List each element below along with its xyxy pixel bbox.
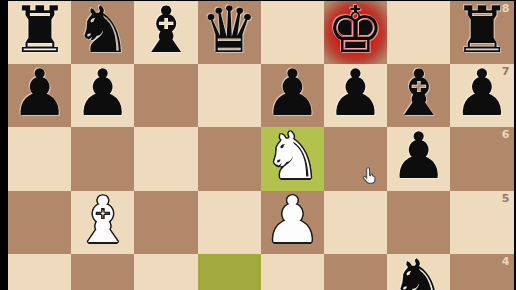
square-h4[interactable]: 4 [450,254,513,290]
square-b8[interactable]: ♞ [71,1,134,64]
square-d8[interactable]: ♛ [198,1,261,64]
square-e6[interactable]: ♞ [261,127,324,190]
square-h7[interactable]: ♟7 [450,64,513,127]
square-g7[interactable]: ♝ [387,64,450,127]
square-f5[interactable] [324,191,387,254]
rank-label-6: 6 [502,129,510,140]
square-d4[interactable] [198,254,261,290]
square-a4[interactable] [8,254,71,290]
square-a8[interactable]: ♜ [8,1,71,64]
square-f8[interactable]: ♚ [324,1,387,64]
black-queen[interactable]: ♛ [200,0,257,62]
rank-label-5: 5 [502,193,510,204]
square-d6[interactable] [198,127,261,190]
black-pawn[interactable]: ♟ [327,62,384,125]
black-pawn[interactable]: ♟ [453,62,510,125]
square-b7[interactable]: ♟ [71,64,134,127]
square-a5[interactable] [8,191,71,254]
white-pawn[interactable]: ♟ [264,189,321,252]
square-a6[interactable] [8,127,71,190]
square-c6[interactable] [134,127,197,190]
square-h8[interactable]: ♜8 [450,1,513,64]
square-h6[interactable]: 6 [450,127,513,190]
square-c4[interactable] [134,254,197,290]
square-a7[interactable]: ♟ [8,64,71,127]
square-e5[interactable]: ♟ [261,191,324,254]
black-king[interactable]: ♚ [327,0,384,62]
square-c7[interactable] [134,64,197,127]
rank-label-4: 4 [502,256,510,267]
black-rook[interactable]: ♜ [453,0,510,62]
black-knight[interactable]: ♞ [74,0,131,62]
square-e4[interactable] [261,254,324,290]
square-b5[interactable]: ♝ [71,191,134,254]
square-e8[interactable] [261,1,324,64]
square-g5[interactable] [387,191,450,254]
square-h5[interactable]: 5 [450,191,513,254]
square-b4[interactable] [71,254,134,290]
square-f7[interactable]: ♟ [324,64,387,127]
black-bishop[interactable]: ♝ [137,0,194,62]
square-e7[interactable]: ♟ [261,64,324,127]
black-bishop[interactable]: ♝ [390,62,447,125]
square-g6[interactable]: ♟ [387,127,450,190]
black-pawn[interactable]: ♟ [264,62,321,125]
square-d5[interactable] [198,191,261,254]
square-c5[interactable] [134,191,197,254]
black-pawn[interactable]: ♟ [11,62,68,125]
black-pawn[interactable]: ♟ [390,125,447,188]
white-bishop[interactable]: ♝ [74,189,131,252]
black-knight[interactable]: ♞ [390,252,447,290]
square-g8[interactable] [387,1,450,64]
black-rook[interactable]: ♜ [11,0,68,62]
square-d7[interactable] [198,64,261,127]
square-f6[interactable] [324,127,387,190]
square-g4[interactable]: ♞ [387,254,450,290]
chess-board: ♜♞♝♛♚♜8♟♟♟♟♝♟7♞♟6♝♟5♞4 [8,1,514,290]
black-pawn[interactable]: ♟ [74,62,131,125]
square-c8[interactable]: ♝ [134,1,197,64]
video-frame: ♜♞♝♛♚♜8♟♟♟♟♝♟7♞♟6♝♟5♞4 [0,0,516,290]
square-b6[interactable] [71,127,134,190]
white-knight[interactable]: ♞ [264,125,321,188]
square-f4[interactable] [324,254,387,290]
